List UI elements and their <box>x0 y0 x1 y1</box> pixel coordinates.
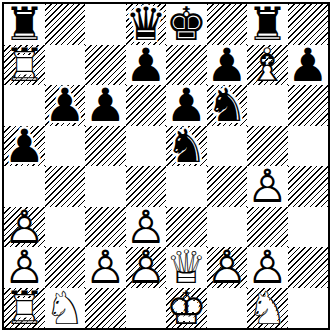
square-a1[interactable]: ♜♖ <box>4 288 45 329</box>
square-d8[interactable]: ♛ <box>126 4 167 45</box>
white-king-icon: ♔ <box>166 288 207 329</box>
piece-black-queen[interactable]: ♛ <box>126 4 167 45</box>
square-d4[interactable] <box>126 166 167 207</box>
square-b1[interactable]: ♞♘ <box>45 288 86 329</box>
piece-white-pawn[interactable]: ♟♙ <box>207 247 248 288</box>
black-rook-icon: ♜ <box>247 4 288 45</box>
square-b8[interactable] <box>45 4 86 45</box>
piece-white-pawn[interactable]: ♟♙ <box>85 247 126 288</box>
square-h1[interactable] <box>288 288 329 329</box>
white-pawn-fill: ♟ <box>126 247 167 288</box>
black-pawn-icon: ♟ <box>126 45 167 86</box>
black-pawn-icon: ♟ <box>207 45 248 86</box>
square-d3[interactable]: ♟♙ <box>126 207 167 248</box>
square-e2[interactable]: ♛♕ <box>166 247 207 288</box>
square-b2[interactable] <box>45 247 86 288</box>
piece-black-pawn[interactable]: ♟ <box>207 45 248 86</box>
piece-white-pawn[interactable]: ♟♙ <box>4 247 45 288</box>
white-pawn-fill: ♟ <box>207 247 248 288</box>
piece-black-pawn[interactable]: ♟ <box>85 85 126 126</box>
square-b4[interactable] <box>45 166 86 207</box>
piece-white-pawn[interactable]: ♟♙ <box>126 247 167 288</box>
white-rook-icon: ♖ <box>4 288 45 329</box>
black-pawn-icon: ♟ <box>45 85 86 126</box>
square-a5[interactable]: ♟ <box>4 126 45 167</box>
piece-white-knight[interactable]: ♞♘ <box>247 288 288 329</box>
piece-black-knight[interactable]: ♞ <box>166 126 207 167</box>
square-g8[interactable]: ♜ <box>247 4 288 45</box>
white-queen-icon: ♕ <box>166 247 207 288</box>
square-c3[interactable] <box>85 207 126 248</box>
square-a6[interactable] <box>4 85 45 126</box>
square-e8[interactable]: ♚ <box>166 4 207 45</box>
black-queen-icon: ♛ <box>126 4 167 45</box>
square-f1[interactable] <box>207 288 248 329</box>
square-c8[interactable] <box>85 4 126 45</box>
black-pawn-icon: ♟ <box>288 45 329 86</box>
square-b6[interactable]: ♟ <box>45 85 86 126</box>
white-pawn-icon: ♙ <box>4 207 45 248</box>
square-g7[interactable]: ♝♗ <box>247 45 288 86</box>
piece-white-pawn[interactable]: ♟♙ <box>126 207 167 248</box>
piece-black-pawn[interactable]: ♟ <box>166 85 207 126</box>
piece-black-rook[interactable]: ♜ <box>4 4 45 45</box>
white-pawn-fill: ♟ <box>247 166 288 207</box>
square-f4[interactable] <box>207 166 248 207</box>
board-frame: ♜♛♚♜♜♖♟♟♝♗♟♟♟♟♞♟♞♟♙♟♙♟♙♟♙♟♙♟♙♛♕♟♙♟♙♜♖♞♘♚… <box>0 0 332 332</box>
square-a3[interactable]: ♟♙ <box>4 207 45 248</box>
piece-white-queen[interactable]: ♛♕ <box>166 247 207 288</box>
square-f5[interactable] <box>207 126 248 167</box>
square-c4[interactable] <box>85 166 126 207</box>
square-g6[interactable] <box>247 85 288 126</box>
board-border: ♜♛♚♜♜♖♟♟♝♗♟♟♟♟♞♟♞♟♙♟♙♟♙♟♙♟♙♟♙♛♕♟♙♟♙♜♖♞♘♚… <box>2 2 330 330</box>
piece-white-knight[interactable]: ♞♘ <box>45 288 86 329</box>
square-e4[interactable] <box>166 166 207 207</box>
piece-black-pawn[interactable]: ♟ <box>126 45 167 86</box>
square-c7[interactable] <box>85 45 126 86</box>
square-h3[interactable] <box>288 207 329 248</box>
square-c2[interactable]: ♟♙ <box>85 247 126 288</box>
white-pawn-icon: ♙ <box>247 166 288 207</box>
white-bishop-icon: ♗ <box>247 45 288 86</box>
square-a7[interactable]: ♜♖ <box>4 45 45 86</box>
piece-white-bishop[interactable]: ♝♗ <box>247 45 288 86</box>
white-pawn-icon: ♙ <box>126 207 167 248</box>
white-rook-fill: ♜ <box>4 45 45 86</box>
square-d2[interactable]: ♟♙ <box>126 247 167 288</box>
piece-black-king[interactable]: ♚ <box>166 4 207 45</box>
square-g3[interactable] <box>247 207 288 248</box>
square-h6[interactable] <box>288 85 329 126</box>
white-rook-fill: ♜ <box>4 288 45 329</box>
black-pawn-icon: ♟ <box>4 126 45 167</box>
square-h2[interactable] <box>288 247 329 288</box>
black-knight-icon: ♞ <box>166 126 207 167</box>
white-pawn-fill: ♟ <box>85 247 126 288</box>
black-knight-icon: ♞ <box>207 85 248 126</box>
square-g4[interactable]: ♟♙ <box>247 166 288 207</box>
square-e1[interactable]: ♚♔ <box>166 288 207 329</box>
square-d1[interactable] <box>126 288 167 329</box>
piece-black-pawn[interactable]: ♟ <box>288 45 329 86</box>
square-d6[interactable] <box>126 85 167 126</box>
white-knight-fill: ♞ <box>45 288 86 329</box>
square-d7[interactable]: ♟ <box>126 45 167 86</box>
black-pawn-icon: ♟ <box>166 85 207 126</box>
white-pawn-fill: ♟ <box>126 207 167 248</box>
square-e5[interactable]: ♞ <box>166 126 207 167</box>
square-b7[interactable] <box>45 45 86 86</box>
white-pawn-fill: ♟ <box>4 207 45 248</box>
square-h8[interactable] <box>288 4 329 45</box>
piece-white-pawn[interactable]: ♟♙ <box>247 166 288 207</box>
square-c5[interactable] <box>85 126 126 167</box>
white-pawn-icon: ♙ <box>85 247 126 288</box>
piece-black-knight[interactable]: ♞ <box>207 85 248 126</box>
white-pawn-fill: ♟ <box>247 247 288 288</box>
square-c6[interactable]: ♟ <box>85 85 126 126</box>
white-pawn-icon: ♙ <box>4 247 45 288</box>
white-knight-fill: ♞ <box>247 288 288 329</box>
square-g5[interactable] <box>247 126 288 167</box>
white-queen-fill: ♛ <box>166 247 207 288</box>
square-e3[interactable] <box>166 207 207 248</box>
square-a2[interactable]: ♟♙ <box>4 247 45 288</box>
black-king-icon: ♚ <box>166 4 207 45</box>
square-c1[interactable] <box>85 288 126 329</box>
black-pawn-icon: ♟ <box>85 85 126 126</box>
square-b3[interactable] <box>45 207 86 248</box>
piece-black-pawn[interactable]: ♟ <box>45 85 86 126</box>
white-rook-icon: ♖ <box>4 45 45 86</box>
white-knight-icon: ♘ <box>45 288 86 329</box>
white-pawn-icon: ♙ <box>207 247 248 288</box>
piece-white-king[interactable]: ♚♔ <box>166 288 207 329</box>
piece-white-rook[interactable]: ♜♖ <box>4 45 45 86</box>
square-h5[interactable] <box>288 126 329 167</box>
square-f8[interactable] <box>207 4 248 45</box>
piece-black-rook[interactable]: ♜ <box>247 4 288 45</box>
square-e7[interactable] <box>166 45 207 86</box>
chess-board: ♜♛♚♜♜♖♟♟♝♗♟♟♟♟♞♟♞♟♙♟♙♟♙♟♙♟♙♟♙♛♕♟♙♟♙♜♖♞♘♚… <box>4 4 328 328</box>
square-h7[interactable]: ♟ <box>288 45 329 86</box>
square-d5[interactable] <box>126 126 167 167</box>
piece-black-pawn[interactable]: ♟ <box>4 126 45 167</box>
piece-white-rook[interactable]: ♜♖ <box>4 288 45 329</box>
square-a4[interactable] <box>4 166 45 207</box>
white-knight-icon: ♘ <box>247 288 288 329</box>
piece-white-pawn[interactable]: ♟♙ <box>247 247 288 288</box>
white-pawn-fill: ♟ <box>4 247 45 288</box>
square-h4[interactable] <box>288 166 329 207</box>
white-king-fill: ♚ <box>166 288 207 329</box>
white-pawn-icon: ♙ <box>247 247 288 288</box>
white-bishop-fill: ♝ <box>247 45 288 86</box>
square-b5[interactable] <box>45 126 86 167</box>
square-f2[interactable]: ♟♙ <box>207 247 248 288</box>
square-f6[interactable]: ♞ <box>207 85 248 126</box>
piece-white-pawn[interactable]: ♟♙ <box>4 207 45 248</box>
square-g1[interactable]: ♞♘ <box>247 288 288 329</box>
square-f3[interactable] <box>207 207 248 248</box>
square-g2[interactable]: ♟♙ <box>247 247 288 288</box>
square-f7[interactable]: ♟ <box>207 45 248 86</box>
square-e6[interactable]: ♟ <box>166 85 207 126</box>
white-pawn-icon: ♙ <box>126 247 167 288</box>
square-a8[interactable]: ♜ <box>4 4 45 45</box>
black-rook-icon: ♜ <box>4 4 45 45</box>
